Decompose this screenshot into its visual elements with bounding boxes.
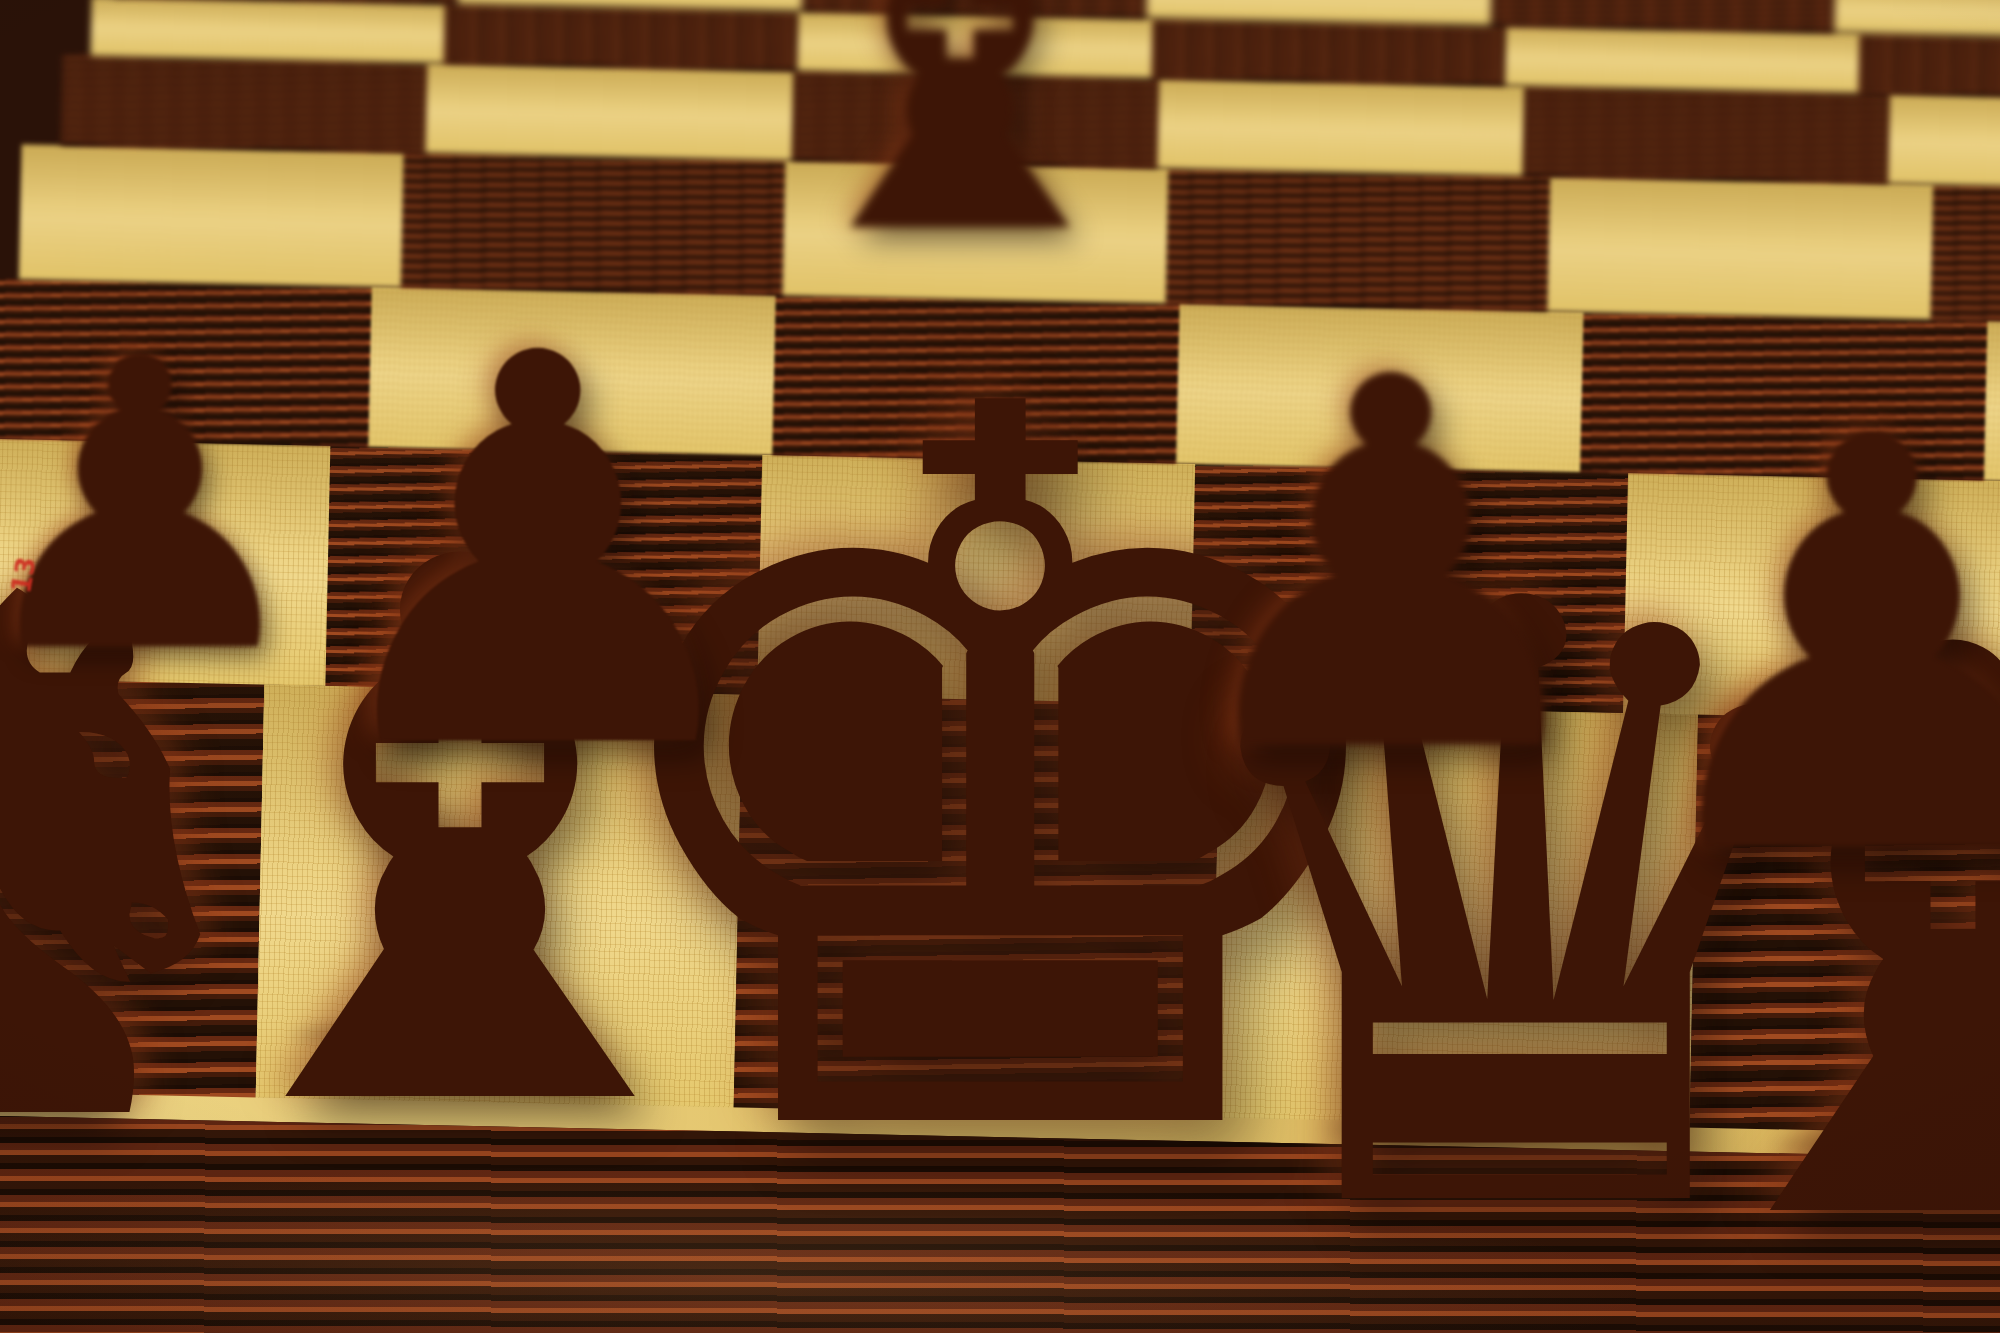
piece-bishop-c4: ♝ [726, 0, 1195, 192]
square-f4 [1930, 184, 2000, 327]
square-a6 [90, 0, 445, 63]
square-e6 [1505, 25, 1860, 92]
bishop-glyph: ♝ [726, 0, 1195, 300]
pawn-glyph: ♟ [1136, 313, 1646, 823]
piece-pawn-d2: ♟ [1136, 406, 1646, 706]
piece-pawn-e2: ♟ [1588, 469, 2000, 803]
square-e5 [1523, 86, 1890, 184]
piece-pawn-b2: ♟ [269, 384, 806, 700]
knight-red-stamp: 13 [6, 555, 42, 596]
square-f6 [1858, 33, 2000, 100]
square-a5 [60, 55, 427, 153]
pawn-glyph: ♟ [1588, 366, 2000, 934]
square-d5 [1157, 78, 1524, 176]
square-d6 [1151, 18, 1506, 85]
square-f5 [1888, 93, 2000, 191]
photo-stage: ♞♝♚♛♝♟♟♟♟♝13 [0, 0, 2000, 1333]
pawn-glyph: ♟ [269, 286, 806, 823]
